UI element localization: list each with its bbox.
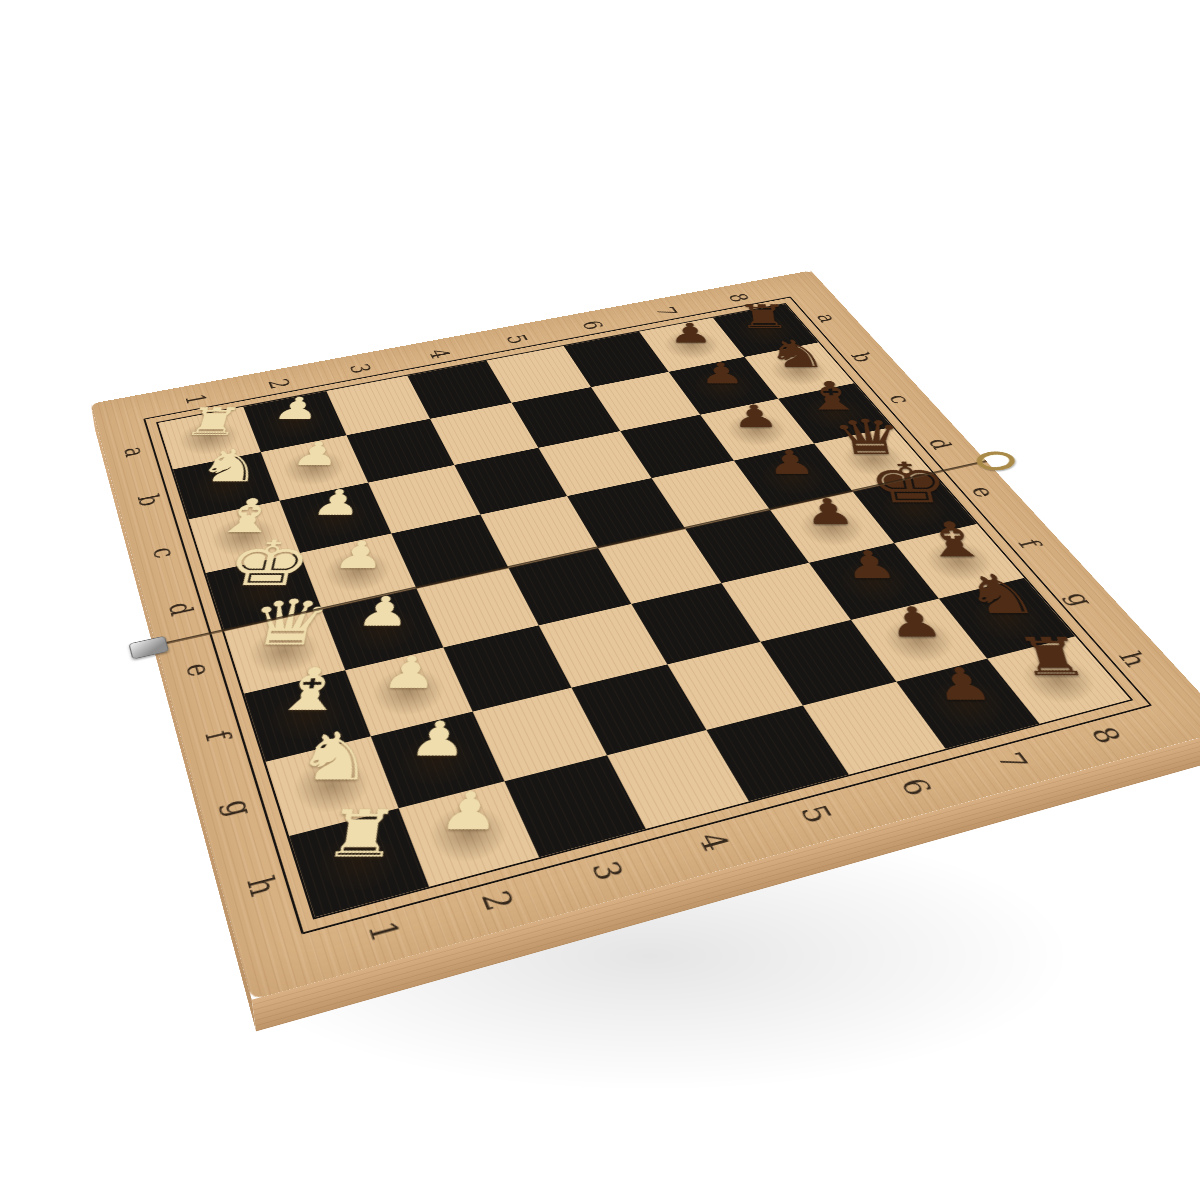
coord-right-f: f [1013, 537, 1045, 550]
coord-top-7: 7 [651, 305, 680, 317]
coord-left-c: c [148, 545, 181, 561]
coord-bottom-7: 7 [991, 749, 1032, 772]
coord-top-3: 3 [345, 362, 375, 375]
coord-left-a: a [119, 445, 150, 459]
coord-top-5: 5 [502, 333, 531, 346]
coord-bottom-1: 1 [362, 918, 405, 946]
coord-bottom-5: 5 [795, 802, 837, 826]
white-rook-glyph: ♜ [156, 403, 269, 441]
coord-left-d: d [163, 600, 198, 619]
coord-right-e: e [966, 484, 1000, 499]
coord-right-c: c [884, 393, 915, 406]
coord-bottom-6: 6 [895, 775, 937, 798]
coord-top-4: 4 [424, 347, 454, 360]
dark-pawn-glyph: ♟ [672, 359, 773, 388]
dark-pawn-glyph: ♟ [703, 401, 808, 432]
dark-pawn-glyph: ♟ [642, 320, 739, 347]
coord-bottom-8: 8 [1085, 724, 1126, 746]
coord-right-b: b [846, 351, 877, 364]
coord-left-e: e [180, 660, 216, 679]
coord-left-h: h [241, 873, 283, 899]
coord-right-g: g [1060, 590, 1098, 609]
coord-left-f: f [200, 728, 236, 744]
coord-left-b: b [133, 492, 165, 508]
product-photo-scene: 1122334455667788aabbccddeeffgghh ♜♞♝♚♛♝♞… [0, 0, 1200, 1200]
coord-right-h: h [1113, 649, 1152, 669]
coord-bottom-4: 4 [692, 830, 734, 855]
coord-bottom-3: 3 [585, 858, 628, 884]
coord-top-2: 2 [264, 377, 294, 390]
white-knight-glyph: ♞ [171, 444, 288, 489]
metal-clasp-icon [128, 636, 169, 660]
coord-top-6: 6 [577, 319, 606, 331]
coord-right-d: d [923, 437, 956, 452]
coord-left-g: g [219, 796, 259, 820]
dark-pawn-glyph: ♟ [737, 446, 847, 479]
dark-pawn-glyph: ♟ [772, 494, 887, 530]
coord-bottom-2: 2 [475, 888, 518, 915]
coord-right-a: a [812, 312, 841, 324]
